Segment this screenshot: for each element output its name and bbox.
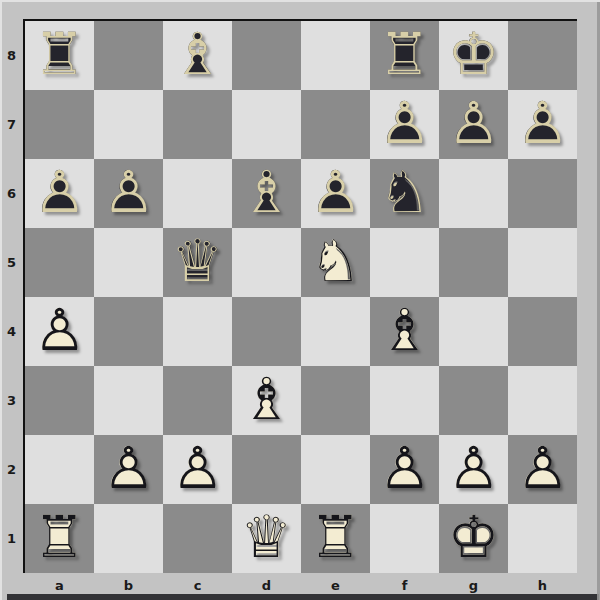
rank-label-1: 1 — [0, 504, 23, 573]
black-pawn[interactable]: ♟♙ — [94, 159, 163, 228]
black-rook-outline-icon: ♖ — [25, 21, 94, 90]
black-pawn[interactable]: ♟♙ — [301, 159, 370, 228]
white-bishop[interactable]: ♝♗ — [232, 366, 301, 435]
square-b1[interactable] — [94, 504, 163, 573]
black-queen[interactable]: ♛♕ — [163, 228, 232, 297]
black-queen-outline-icon: ♕ — [163, 228, 232, 297]
white-pawn[interactable]: ♟♙ — [508, 435, 577, 504]
white-pawn[interactable]: ♟♙ — [439, 435, 508, 504]
square-e6[interactable]: ♟♙ — [301, 159, 370, 228]
square-c8[interactable]: ♝♗ — [163, 21, 232, 90]
square-f4[interactable]: ♝♗ — [370, 297, 439, 366]
square-g6[interactable] — [439, 159, 508, 228]
square-b3[interactable] — [94, 366, 163, 435]
black-bishop[interactable]: ♝♗ — [232, 159, 301, 228]
square-b8[interactable] — [94, 21, 163, 90]
black-knight-outline-icon: ♘ — [370, 159, 439, 228]
square-b5[interactable] — [94, 228, 163, 297]
square-a3[interactable] — [25, 366, 94, 435]
white-queen-outline-icon: ♕ — [232, 504, 301, 573]
white-pawn-outline-icon: ♙ — [163, 435, 232, 504]
black-bishop-outline-icon: ♗ — [232, 159, 301, 228]
square-e3[interactable] — [301, 366, 370, 435]
black-pawn[interactable]: ♟♙ — [25, 159, 94, 228]
square-a2[interactable] — [25, 435, 94, 504]
square-f7[interactable]: ♟♙ — [370, 90, 439, 159]
white-king[interactable]: ♚♔ — [439, 504, 508, 573]
white-pawn-outline-icon: ♙ — [94, 435, 163, 504]
black-pawn-outline-icon: ♙ — [25, 159, 94, 228]
black-pawn[interactable]: ♟♙ — [439, 90, 508, 159]
square-a7[interactable] — [25, 90, 94, 159]
square-h2[interactable]: ♟♙ — [508, 435, 577, 504]
square-e1[interactable]: ♜♖ — [301, 504, 370, 573]
square-h1[interactable] — [508, 504, 577, 573]
black-pawn-outline-icon: ♙ — [439, 90, 508, 159]
square-d3[interactable]: ♝♗ — [232, 366, 301, 435]
black-bishop-outline-icon: ♗ — [163, 21, 232, 90]
square-a5[interactable] — [25, 228, 94, 297]
white-knight-outline-icon: ♘ — [301, 228, 370, 297]
white-pawn-outline-icon: ♙ — [370, 435, 439, 504]
square-d4[interactable] — [232, 297, 301, 366]
square-f8[interactable]: ♜♖ — [370, 21, 439, 90]
square-g3[interactable] — [439, 366, 508, 435]
black-king-outline-icon: ♔ — [439, 21, 508, 90]
rank-label-4: 4 — [0, 297, 23, 366]
square-d1[interactable]: ♛♕ — [232, 504, 301, 573]
square-f1[interactable] — [370, 504, 439, 573]
square-f5[interactable] — [370, 228, 439, 297]
file-label-f: f — [370, 575, 439, 595]
square-g1[interactable]: ♚♔ — [439, 504, 508, 573]
board-frame: ♜♖♝♗♜♖♚♔♟♙♟♙♟♙♟♙♟♙♝♗♟♙♞♘♛♕♞♘♟♙♝♗♝♗♟♙♟♙♟♙… — [0, 0, 600, 600]
black-rook-outline-icon: ♖ — [370, 21, 439, 90]
white-pawn[interactable]: ♟♙ — [370, 435, 439, 504]
white-pawn-outline-icon: ♙ — [508, 435, 577, 504]
black-pawn[interactable]: ♟♙ — [370, 90, 439, 159]
file-label-d: d — [232, 575, 301, 595]
square-c1[interactable] — [163, 504, 232, 573]
square-d7[interactable] — [232, 90, 301, 159]
black-knight[interactable]: ♞♘ — [370, 159, 439, 228]
square-h4[interactable] — [508, 297, 577, 366]
square-e8[interactable] — [301, 21, 370, 90]
black-rook[interactable]: ♜♖ — [370, 21, 439, 90]
square-g5[interactable] — [439, 228, 508, 297]
rank-label-3: 3 — [0, 366, 23, 435]
white-pawn-outline-icon: ♙ — [25, 297, 94, 366]
file-label-a: a — [25, 575, 94, 595]
file-label-b: b — [94, 575, 163, 595]
square-a1[interactable]: ♜♖ — [25, 504, 94, 573]
black-pawn-outline-icon: ♙ — [301, 159, 370, 228]
square-f2[interactable]: ♟♙ — [370, 435, 439, 504]
white-rook-outline-icon: ♖ — [301, 504, 370, 573]
square-a8[interactable]: ♜♖ — [25, 21, 94, 90]
white-pawn[interactable]: ♟♙ — [163, 435, 232, 504]
square-e2[interactable] — [301, 435, 370, 504]
square-e7[interactable] — [301, 90, 370, 159]
rank-label-6: 6 — [0, 159, 23, 228]
white-queen[interactable]: ♛♕ — [232, 504, 301, 573]
file-label-c: c — [163, 575, 232, 595]
square-d8[interactable] — [232, 21, 301, 90]
rank-label-2: 2 — [0, 435, 23, 504]
square-g4[interactable] — [439, 297, 508, 366]
square-h5[interactable] — [508, 228, 577, 297]
square-c7[interactable] — [163, 90, 232, 159]
square-e4[interactable] — [301, 297, 370, 366]
square-b4[interactable] — [94, 297, 163, 366]
file-label-h: h — [508, 575, 577, 595]
square-g2[interactable]: ♟♙ — [439, 435, 508, 504]
black-bishop[interactable]: ♝♗ — [163, 21, 232, 90]
white-pawn[interactable]: ♟♙ — [94, 435, 163, 504]
square-b7[interactable] — [94, 90, 163, 159]
square-a4[interactable]: ♟♙ — [25, 297, 94, 366]
black-pawn-outline-icon: ♙ — [508, 90, 577, 159]
square-c2[interactable]: ♟♙ — [163, 435, 232, 504]
square-c5[interactable]: ♛♕ — [163, 228, 232, 297]
white-bishop-outline-icon: ♗ — [370, 297, 439, 366]
white-bishop-outline-icon: ♗ — [232, 366, 301, 435]
square-d5[interactable] — [232, 228, 301, 297]
square-h3[interactable] — [508, 366, 577, 435]
file-label-e: e — [301, 575, 370, 595]
black-king[interactable]: ♚♔ — [439, 21, 508, 90]
square-f3[interactable] — [370, 366, 439, 435]
square-c3[interactable] — [163, 366, 232, 435]
black-rook[interactable]: ♜♖ — [25, 21, 94, 90]
square-h6[interactable] — [508, 159, 577, 228]
square-h8[interactable] — [508, 21, 577, 90]
square-d2[interactable] — [232, 435, 301, 504]
white-knight[interactable]: ♞♘ — [301, 228, 370, 297]
white-pawn-outline-icon: ♙ — [439, 435, 508, 504]
square-d6[interactable]: ♝♗ — [232, 159, 301, 228]
square-h7[interactable]: ♟♙ — [508, 90, 577, 159]
square-c6[interactable] — [163, 159, 232, 228]
square-b6[interactable]: ♟♙ — [94, 159, 163, 228]
black-pawn-outline-icon: ♙ — [370, 90, 439, 159]
file-label-g: g — [439, 575, 508, 595]
white-pawn[interactable]: ♟♙ — [25, 297, 94, 366]
rank-labels: 87654321 — [0, 21, 23, 573]
white-rook[interactable]: ♜♖ — [25, 504, 94, 573]
file-labels: abcdefgh — [25, 575, 577, 595]
rank-label-8: 8 — [0, 21, 23, 90]
white-rook-outline-icon: ♖ — [25, 504, 94, 573]
square-g7[interactable]: ♟♙ — [439, 90, 508, 159]
square-a6[interactable]: ♟♙ — [25, 159, 94, 228]
square-b2[interactable]: ♟♙ — [94, 435, 163, 504]
square-f6[interactable]: ♞♘ — [370, 159, 439, 228]
black-pawn-outline-icon: ♙ — [94, 159, 163, 228]
rank-label-7: 7 — [0, 90, 23, 159]
white-king-outline-icon: ♔ — [439, 504, 508, 573]
white-rook[interactable]: ♜♖ — [301, 504, 370, 573]
square-g8[interactable]: ♚♔ — [439, 21, 508, 90]
chess-board: ♜♖♝♗♜♖♚♔♟♙♟♙♟♙♟♙♟♙♝♗♟♙♞♘♛♕♞♘♟♙♝♗♝♗♟♙♟♙♟♙… — [23, 19, 577, 573]
rank-label-5: 5 — [0, 228, 23, 297]
black-pawn[interactable]: ♟♙ — [508, 90, 577, 159]
square-c4[interactable] — [163, 297, 232, 366]
white-bishop[interactable]: ♝♗ — [370, 297, 439, 366]
square-e5[interactable]: ♞♘ — [301, 228, 370, 297]
